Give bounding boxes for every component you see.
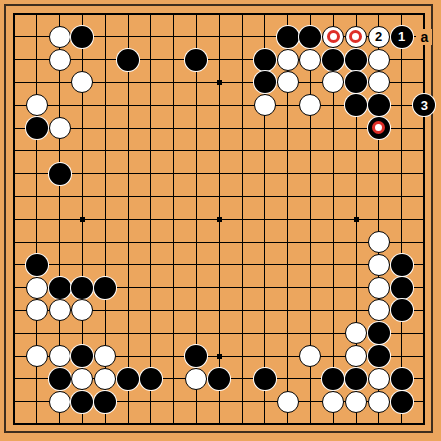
intersection-8-15 <box>185 345 208 368</box>
intersection-5-13 <box>117 299 140 322</box>
intersection-2-17 <box>48 390 71 413</box>
white-stone <box>368 299 390 321</box>
intersection-0-12 <box>3 276 26 299</box>
intersection-18-12 <box>413 276 436 299</box>
intersection-14-1 <box>322 25 345 48</box>
intersection-11-17 <box>253 390 276 413</box>
intersection-5-1 <box>117 25 140 48</box>
intersection-8-6 <box>185 139 208 162</box>
intersection-5-9 <box>117 208 140 231</box>
intersection-8-1 <box>185 25 208 48</box>
white-stone <box>368 49 390 71</box>
intersection-2-10 <box>48 231 71 254</box>
intersection-11-11 <box>253 253 276 276</box>
intersection-8-3 <box>185 71 208 94</box>
intersection-10-1 <box>231 25 254 48</box>
intersection-14-15 <box>322 345 345 368</box>
intersection-11-16 <box>253 367 276 390</box>
intersection-7-4 <box>162 94 185 117</box>
intersection-1-8 <box>25 185 48 208</box>
intersection-3-3 <box>71 71 94 94</box>
intersection-12-12 <box>276 276 299 299</box>
white-stone <box>185 368 207 390</box>
intersection-5-11 <box>117 253 140 276</box>
intersection-18-14 <box>413 322 436 345</box>
intersection-10-0 <box>231 3 254 26</box>
intersection-7-0 <box>162 3 185 26</box>
black-stone <box>49 163 71 185</box>
intersection-7-6 <box>162 139 185 162</box>
intersection-10-6 <box>231 139 254 162</box>
intersection-3-12 <box>71 276 94 299</box>
black-stone <box>391 277 413 299</box>
intersection-5-15 <box>117 345 140 368</box>
intersection-17-11 <box>390 253 413 276</box>
intersection-9-11 <box>208 253 231 276</box>
circle-mark <box>372 121 385 134</box>
intersection-16-14 <box>367 322 390 345</box>
intersection-12-4 <box>276 94 299 117</box>
intersection-10-2 <box>231 48 254 71</box>
intersection-11-5 <box>253 117 276 140</box>
intersection-2-14 <box>48 322 71 345</box>
intersection-13-13 <box>299 299 322 322</box>
intersection-18-10 <box>413 231 436 254</box>
intersection-9-2 <box>208 48 231 71</box>
intersection-14-3 <box>322 71 345 94</box>
black-stone <box>345 71 367 93</box>
intersection-10-18 <box>231 413 254 436</box>
white-stone <box>322 26 344 48</box>
black-stone <box>368 117 390 139</box>
black-stone <box>71 26 93 48</box>
black-stone: 3 <box>413 94 435 116</box>
intersection-1-10 <box>25 231 48 254</box>
intersection-1-15 <box>25 345 48 368</box>
intersection-8-14 <box>185 322 208 345</box>
intersection-9-16 <box>208 367 231 390</box>
white-stone <box>49 117 71 139</box>
black-stone <box>299 26 321 48</box>
intersection-4-15 <box>94 345 117 368</box>
black-stone <box>345 49 367 71</box>
intersection-18-16 <box>413 367 436 390</box>
intersection-7-13 <box>162 299 185 322</box>
intersection-14-14 <box>322 322 345 345</box>
intersection-11-4 <box>253 94 276 117</box>
white-stone <box>26 277 48 299</box>
white-stone <box>368 231 390 253</box>
intersection-0-13 <box>3 299 26 322</box>
intersection-13-7 <box>299 162 322 185</box>
intersection-1-16 <box>25 367 48 390</box>
black-stone <box>26 117 48 139</box>
intersection-3-14 <box>71 322 94 345</box>
intersection-14-10 <box>322 231 345 254</box>
intersection-18-18 <box>413 413 436 436</box>
intersection-2-9 <box>48 208 71 231</box>
white-stone <box>345 322 367 344</box>
intersection-17-7 <box>390 162 413 185</box>
intersection-4-12 <box>94 276 117 299</box>
intersection-1-17 <box>25 390 48 413</box>
black-stone <box>391 254 413 276</box>
intersection-17-17 <box>390 390 413 413</box>
intersection-0-15 <box>3 345 26 368</box>
intersection-14-16 <box>322 367 345 390</box>
intersection-4-4 <box>94 94 117 117</box>
intersection-15-5 <box>345 117 368 140</box>
intersection-4-0 <box>94 3 117 26</box>
intersection-0-2 <box>3 48 26 71</box>
intersection-11-6 <box>253 139 276 162</box>
intersection-0-1 <box>3 25 26 48</box>
intersection-12-14 <box>276 322 299 345</box>
intersection-2-13 <box>48 299 71 322</box>
intersection-5-17 <box>117 390 140 413</box>
white-stone <box>322 71 344 93</box>
intersection-13-10 <box>299 231 322 254</box>
black-stone <box>277 26 299 48</box>
intersection-5-14 <box>117 322 140 345</box>
intersection-18-9 <box>413 208 436 231</box>
intersection-9-12 <box>208 276 231 299</box>
black-stone <box>208 368 230 390</box>
intersection-12-15 <box>276 345 299 368</box>
black-stone <box>391 368 413 390</box>
intersection-6-0 <box>139 3 162 26</box>
intersection-16-5 <box>367 117 390 140</box>
intersection-6-7 <box>139 162 162 185</box>
intersection-7-15 <box>162 345 185 368</box>
intersection-15-7 <box>345 162 368 185</box>
intersection-4-2 <box>94 48 117 71</box>
intersection-14-17 <box>322 390 345 413</box>
intersection-17-2 <box>390 48 413 71</box>
intersection-7-11 <box>162 253 185 276</box>
intersection-12-10 <box>276 231 299 254</box>
intersection-5-3 <box>117 71 140 94</box>
intersection-1-6 <box>25 139 48 162</box>
intersection-16-11 <box>367 253 390 276</box>
intersection-7-2 <box>162 48 185 71</box>
intersection-3-6 <box>71 139 94 162</box>
intersection-6-9 <box>139 208 162 231</box>
intersection-5-4 <box>117 94 140 117</box>
white-stone <box>49 26 71 48</box>
intersection-4-16 <box>94 367 117 390</box>
intersection-4-9 <box>94 208 117 231</box>
intersection-2-18 <box>48 413 71 436</box>
intersection-11-12 <box>253 276 276 299</box>
intersection-10-15 <box>231 345 254 368</box>
black-stone <box>368 322 390 344</box>
black-stone <box>71 277 93 299</box>
intersection-1-13 <box>25 299 48 322</box>
intersection-7-17 <box>162 390 185 413</box>
black-stone: 1 <box>391 26 413 48</box>
black-stone <box>185 345 207 367</box>
white-stone <box>299 94 321 116</box>
intersection-2-7 <box>48 162 71 185</box>
intersection-6-6 <box>139 139 162 162</box>
intersection-14-18 <box>322 413 345 436</box>
intersection-16-12 <box>367 276 390 299</box>
intersection-3-9 <box>71 208 94 231</box>
intersection-14-2 <box>322 48 345 71</box>
intersection-6-17 <box>139 390 162 413</box>
intersection-11-8 <box>253 185 276 208</box>
black-stone <box>185 49 207 71</box>
intersection-18-17 <box>413 390 436 413</box>
intersection-7-14 <box>162 322 185 345</box>
intersection-12-7 <box>276 162 299 185</box>
intersection-10-16 <box>231 367 254 390</box>
intersection-5-8 <box>117 185 140 208</box>
intersection-15-1 <box>345 25 368 48</box>
intersection-2-4 <box>48 94 71 117</box>
intersection-1-1 <box>25 25 48 48</box>
intersection-14-0 <box>322 3 345 26</box>
intersection-11-3 <box>253 71 276 94</box>
intersection-18-8 <box>413 185 436 208</box>
intersection-12-18 <box>276 413 299 436</box>
intersection-15-11 <box>345 253 368 276</box>
intersection-1-0 <box>25 3 48 26</box>
intersection-17-5 <box>390 117 413 140</box>
intersection-13-3 <box>299 71 322 94</box>
intersection-7-12 <box>162 276 185 299</box>
intersection-10-4 <box>231 94 254 117</box>
black-stone <box>345 368 367 390</box>
black-stone <box>368 94 390 116</box>
intersection-9-3 <box>208 71 231 94</box>
intersection-0-8 <box>3 185 26 208</box>
intersection-0-9 <box>3 208 26 231</box>
intersection-17-3 <box>390 71 413 94</box>
intersection-1-12 <box>25 276 48 299</box>
intersection-15-12 <box>345 276 368 299</box>
intersection-15-16 <box>345 367 368 390</box>
intersection-7-10 <box>162 231 185 254</box>
intersection-17-16 <box>390 367 413 390</box>
intersection-17-15 <box>390 345 413 368</box>
intersection-0-10 <box>3 231 26 254</box>
intersection-16-0 <box>367 3 390 26</box>
intersection-15-9 <box>345 208 368 231</box>
intersection-3-8 <box>71 185 94 208</box>
intersection-8-10 <box>185 231 208 254</box>
intersection-2-8 <box>48 185 71 208</box>
black-stone <box>391 299 413 321</box>
intersection-11-9 <box>253 208 276 231</box>
white-stone <box>49 49 71 71</box>
intersection-9-0 <box>208 3 231 26</box>
intersection-9-7 <box>208 162 231 185</box>
black-stone <box>140 368 162 390</box>
intersection-13-17 <box>299 390 322 413</box>
intersection-10-3 <box>231 71 254 94</box>
intersection-8-0 <box>185 3 208 26</box>
intersection-3-13 <box>71 299 94 322</box>
intersection-5-18 <box>117 413 140 436</box>
white-stone <box>49 345 71 367</box>
intersection-16-3 <box>367 71 390 94</box>
white-stone <box>368 368 390 390</box>
intersection-2-11 <box>48 253 71 276</box>
intersection-3-7 <box>71 162 94 185</box>
white-stone <box>277 71 299 93</box>
black-stone <box>254 49 276 71</box>
intersection-3-5 <box>71 117 94 140</box>
intersection-11-0 <box>253 3 276 26</box>
intersection-2-3 <box>48 71 71 94</box>
intersection-17-0 <box>390 3 413 26</box>
intersection-13-12 <box>299 276 322 299</box>
intersection-15-10 <box>345 231 368 254</box>
intersection-6-5 <box>139 117 162 140</box>
intersection-12-5 <box>276 117 299 140</box>
intersection-18-2 <box>413 48 436 71</box>
intersection-8-11 <box>185 253 208 276</box>
black-stone <box>254 368 276 390</box>
intersection-6-3 <box>139 71 162 94</box>
intersection-10-9 <box>231 208 254 231</box>
intersection-5-12 <box>117 276 140 299</box>
intersection-15-15 <box>345 345 368 368</box>
intersection-6-16 <box>139 367 162 390</box>
intersection-17-13 <box>390 299 413 322</box>
intersection-8-16 <box>185 367 208 390</box>
white-stone <box>254 94 276 116</box>
intersection-18-0 <box>413 3 436 26</box>
intersection-17-4 <box>390 94 413 117</box>
intersection-10-10 <box>231 231 254 254</box>
intersection-12-9 <box>276 208 299 231</box>
intersection-11-1 <box>253 25 276 48</box>
black-stone <box>391 391 413 413</box>
intersection-17-12 <box>390 276 413 299</box>
black-stone <box>322 368 344 390</box>
intersection-12-1 <box>276 25 299 48</box>
white-stone <box>345 26 367 48</box>
intersection-11-2 <box>253 48 276 71</box>
intersection-16-16 <box>367 367 390 390</box>
intersection-14-13 <box>322 299 345 322</box>
black-stone <box>117 49 139 71</box>
intersection-10-17 <box>231 390 254 413</box>
white-stone <box>368 254 390 276</box>
intersection-14-8 <box>322 185 345 208</box>
intersection-6-2 <box>139 48 162 71</box>
intersection-13-6 <box>299 139 322 162</box>
intersection-17-14 <box>390 322 413 345</box>
white-stone <box>368 391 390 413</box>
intersection-0-6 <box>3 139 26 162</box>
black-stone <box>71 391 93 413</box>
intersection-14-5 <box>322 117 345 140</box>
intersection-13-11 <box>299 253 322 276</box>
intersection-5-2 <box>117 48 140 71</box>
intersection-14-9 <box>322 208 345 231</box>
intersection-16-7 <box>367 162 390 185</box>
intersection-12-0 <box>276 3 299 26</box>
intersection-15-3 <box>345 71 368 94</box>
circle-mark <box>349 30 362 43</box>
intersection-17-18 <box>390 413 413 436</box>
intersection-14-7 <box>322 162 345 185</box>
white-stone <box>277 391 299 413</box>
intersection-12-3 <box>276 71 299 94</box>
intersection-1-3 <box>25 71 48 94</box>
go-diagram: 21a3 <box>0 0 441 441</box>
intersection-2-6 <box>48 139 71 162</box>
intersection-13-9 <box>299 208 322 231</box>
intersection-1-14 <box>25 322 48 345</box>
intersection-1-18 <box>25 413 48 436</box>
intersection-16-9 <box>367 208 390 231</box>
intersection-18-7 <box>413 162 436 185</box>
intersection-4-5 <box>94 117 117 140</box>
intersection-6-14 <box>139 322 162 345</box>
intersection-2-15 <box>48 345 71 368</box>
intersection-5-7 <box>117 162 140 185</box>
intersection-7-7 <box>162 162 185 185</box>
intersection-16-8 <box>367 185 390 208</box>
intersection-9-15 <box>208 345 231 368</box>
intersection-0-0 <box>3 3 26 26</box>
intersection-16-17 <box>367 390 390 413</box>
black-stone <box>254 71 276 93</box>
circle-mark <box>327 30 340 43</box>
intersection-3-4 <box>71 94 94 117</box>
black-stone <box>322 49 344 71</box>
intersection-16-15 <box>367 345 390 368</box>
intersection-17-1: 1 <box>390 25 413 48</box>
intersection-2-0 <box>48 3 71 26</box>
move-number: 3 <box>421 99 428 112</box>
white-stone: 2 <box>368 26 390 48</box>
intersection-13-15 <box>299 345 322 368</box>
intersection-14-11 <box>322 253 345 276</box>
intersection-13-8 <box>299 185 322 208</box>
intersection-10-12 <box>231 276 254 299</box>
intersection-6-18 <box>139 413 162 436</box>
intersection-8-17 <box>185 390 208 413</box>
white-stone <box>49 299 71 321</box>
point-label: a <box>416 29 432 45</box>
intersection-10-8 <box>231 185 254 208</box>
intersection-8-13 <box>185 299 208 322</box>
black-stone <box>71 345 93 367</box>
intersection-4-11 <box>94 253 117 276</box>
intersection-8-4 <box>185 94 208 117</box>
intersection-9-4 <box>208 94 231 117</box>
intersection-12-16 <box>276 367 299 390</box>
intersection-11-18 <box>253 413 276 436</box>
intersection-10-14 <box>231 322 254 345</box>
intersection-6-12 <box>139 276 162 299</box>
intersection-6-1 <box>139 25 162 48</box>
intersection-3-18 <box>71 413 94 436</box>
intersection-17-9 <box>390 208 413 231</box>
intersection-16-18 <box>367 413 390 436</box>
intersection-6-13 <box>139 299 162 322</box>
white-stone <box>345 391 367 413</box>
intersection-9-9 <box>208 208 231 231</box>
intersection-4-13 <box>94 299 117 322</box>
intersection-5-6 <box>117 139 140 162</box>
